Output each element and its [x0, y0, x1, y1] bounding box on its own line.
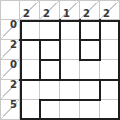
cell-r1c2[interactable] — [40, 20, 60, 40]
cell-r5c1[interactable] — [20, 100, 40, 120]
cell-r3c4[interactable] — [80, 60, 100, 80]
clue-row-5: 5 — [0, 100, 20, 120]
cell-r4c2[interactable] — [40, 80, 60, 100]
clue-col-5: 2 — [100, 0, 120, 20]
cell-r1c5[interactable] — [100, 20, 120, 40]
clue-row-5-value: 5 — [10, 100, 17, 110]
clue-row-1-value: 0 — [10, 20, 17, 30]
cell-r4c1[interactable] — [20, 80, 40, 100]
clue-row-4: 2 — [0, 80, 20, 100]
puzzle-board: 2212202025 — [0, 0, 120, 120]
clue-row-3-value: 0 — [10, 60, 17, 70]
cell-r2c3[interactable] — [60, 40, 80, 60]
cell-r4c4[interactable] — [80, 80, 100, 100]
clue-row-2-value: 2 — [10, 40, 17, 50]
cell-r5c3[interactable] — [60, 100, 80, 120]
clue-col-1-value: 2 — [23, 9, 30, 19]
cell-r1c4[interactable] — [80, 20, 100, 40]
clue-col-3: 1 — [60, 0, 80, 20]
clue-col-5-value: 2 — [103, 9, 110, 19]
cell-r3c1[interactable] — [20, 60, 40, 80]
clue-col-4: 2 — [80, 0, 100, 20]
cell-r3c5[interactable] — [100, 60, 120, 80]
corner-cell — [0, 0, 20, 20]
clue-col-3-value: 1 — [63, 9, 70, 19]
clue-col-2-value: 2 — [43, 9, 50, 19]
cell-r5c5[interactable] — [100, 100, 120, 120]
cell-r1c1[interactable] — [20, 20, 40, 40]
clue-row-4-value: 2 — [10, 80, 17, 90]
cell-r5c2[interactable] — [40, 100, 60, 120]
cell-r1c3[interactable] — [60, 20, 80, 40]
cell-r3c3[interactable] — [60, 60, 80, 80]
cell-r2c1[interactable] — [20, 40, 40, 60]
cell-r2c4[interactable] — [80, 40, 100, 60]
clue-row-2: 2 — [0, 40, 20, 60]
clue-col-4-value: 2 — [83, 9, 90, 19]
cell-r2c5[interactable] — [100, 40, 120, 60]
clue-col-2: 2 — [40, 0, 60, 20]
cell-r2c2[interactable] — [40, 40, 60, 60]
cell-r3c2[interactable] — [40, 60, 60, 80]
clue-col-1: 2 — [20, 0, 40, 20]
cell-r4c5[interactable] — [100, 80, 120, 100]
clue-row-3: 0 — [0, 60, 20, 80]
clue-row-1: 0 — [0, 20, 20, 40]
cell-r5c4[interactable] — [80, 100, 100, 120]
cell-r4c3[interactable] — [60, 80, 80, 100]
